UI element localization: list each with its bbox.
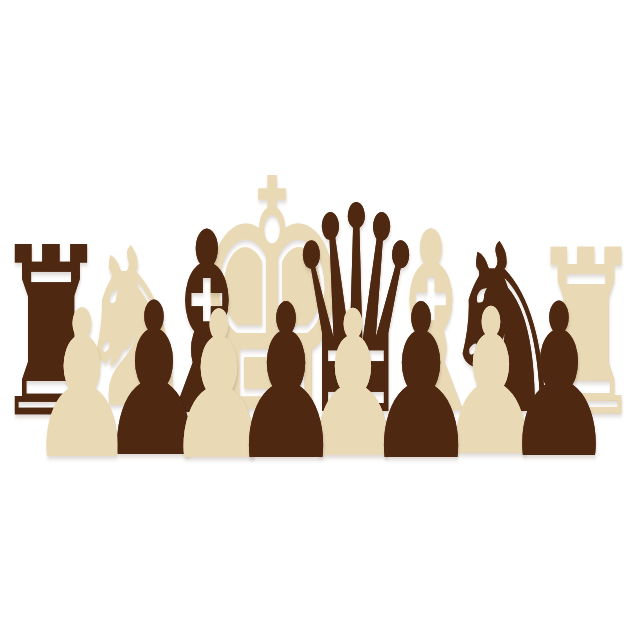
dark-pawn-glyph: ♟	[365, 277, 476, 491]
dark-queen-glyph: ♛	[285, 169, 426, 455]
product-photo-canvas: ♜♞♝♚♛♝♞♜♟♟♟♟♟♟♟♟	[0, 0, 640, 640]
chess-pieces-layer: ♜♞♝♚♛♝♞♜♟♟♟♟♟♟♟♟	[0, 0, 640, 640]
light-pawn-glyph: ♟	[166, 285, 272, 489]
dark-knight-glyph: ♞	[439, 215, 568, 448]
dark-pawn-glyph: ♟	[504, 277, 614, 489]
light-pawn-glyph: ♟	[301, 285, 406, 487]
light-king-glyph: ♚	[193, 139, 351, 460]
dark-bishop-glyph: ♝	[145, 200, 269, 451]
dark-pawn-glyph: ♟	[99, 276, 209, 488]
light-pawn-glyph: ♟	[29, 284, 135, 488]
light-pawn-glyph: ♟	[439, 283, 544, 485]
light-knight-glyph: ♞	[74, 221, 196, 440]
dark-pawn-glyph: ♟	[230, 277, 341, 491]
dark-rook-glyph: ♜	[0, 217, 109, 450]
light-rook-glyph: ♜	[530, 220, 640, 448]
light-bishop-glyph: ♝	[370, 200, 493, 449]
